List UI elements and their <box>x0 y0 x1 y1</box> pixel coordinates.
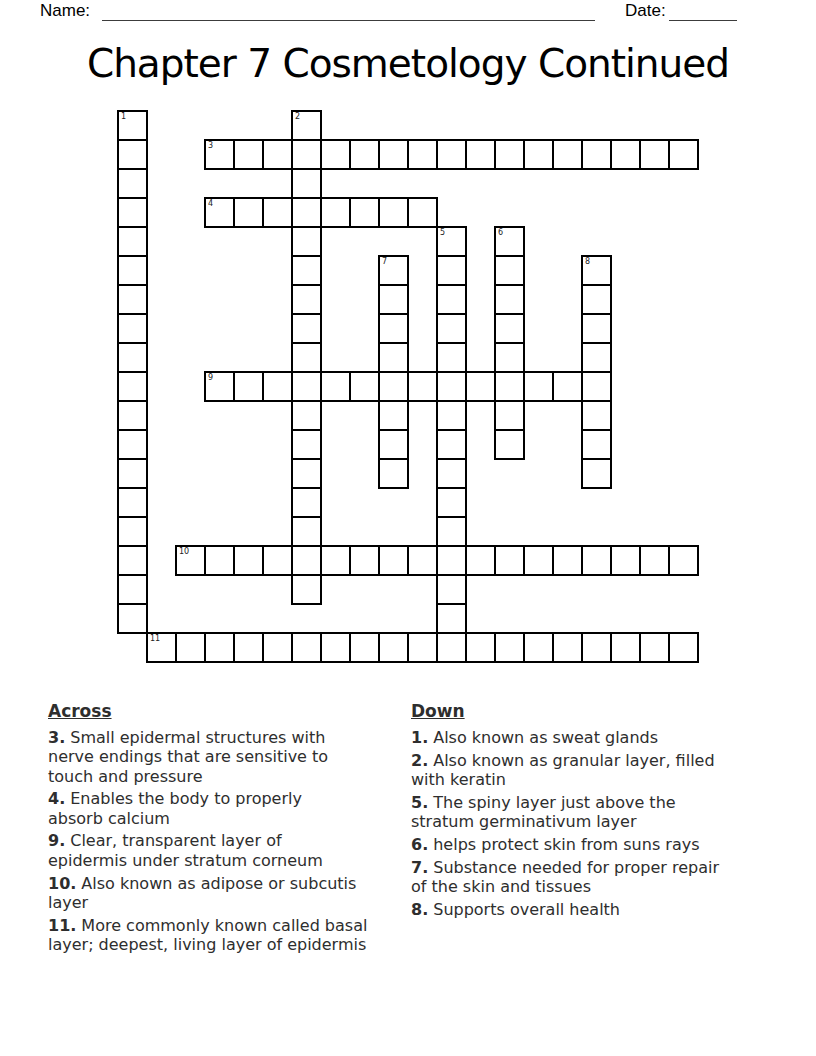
grid-cell-r1c7[interactable] <box>320 139 351 170</box>
grid-cell-r5c6[interactable] <box>291 255 322 286</box>
grid-cell-r18c2[interactable] <box>175 632 206 663</box>
grid-cell-r11c13[interactable] <box>494 429 525 460</box>
grid-cell-r18c15[interactable] <box>552 632 583 663</box>
grid-cell-r7c16[interactable] <box>581 313 612 344</box>
grid-cell-r11c0[interactable] <box>117 429 148 460</box>
grid-cell-r15c11[interactable] <box>436 545 467 576</box>
cell-number: 1 <box>121 112 126 122</box>
grid-cell-r12c11[interactable] <box>436 458 467 489</box>
grid-cell-r18c14[interactable] <box>523 632 554 663</box>
grid-cell-r18c18[interactable] <box>639 632 670 663</box>
grid-cell-r6c9[interactable] <box>378 284 409 315</box>
across-clue-list: 3.Small epidermal structures with nerve … <box>48 728 406 954</box>
grid-cell-r15c0[interactable] <box>117 545 148 576</box>
grid-cell-r2c0[interactable] <box>117 168 148 199</box>
grid-cell-r17c0[interactable] <box>117 603 148 634</box>
grid-cell-r3c0[interactable] <box>117 197 148 228</box>
clue-number: 10. <box>48 874 76 893</box>
grid-cell-r12c6[interactable] <box>291 458 322 489</box>
grid-cell-r18c10[interactable] <box>407 632 438 663</box>
clue-across-3: 3.Small epidermal structures with nerve … <box>48 728 406 786</box>
grid-cell-r15c4[interactable] <box>233 545 264 576</box>
grid-cell-r7c6[interactable] <box>291 313 322 344</box>
clue-text: helps protect skin from suns rays <box>433 835 699 854</box>
grid-cell-r9c7[interactable] <box>320 371 351 402</box>
grid-cell-r7c0[interactable] <box>117 313 148 344</box>
grid-cell-r7c11[interactable] <box>436 313 467 344</box>
grid-cell-r1c10[interactable] <box>407 139 438 170</box>
grid-cell-r13c6[interactable] <box>291 487 322 518</box>
cell-number: 11 <box>150 634 160 644</box>
grid-cell-r11c11[interactable] <box>436 429 467 460</box>
grid-cell-r13c0[interactable] <box>117 487 148 518</box>
grid-cell-r10c9[interactable] <box>378 400 409 431</box>
grid-cell-r3c8[interactable] <box>349 197 380 228</box>
date-blank-line <box>669 3 737 21</box>
grid-cell-r15c17[interactable] <box>610 545 641 576</box>
grid-cell-r4c13[interactable]: 6 <box>494 226 525 257</box>
grid-cell-r10c0[interactable] <box>117 400 148 431</box>
grid-cell-r3c3[interactable]: 4 <box>204 197 235 228</box>
grid-cell-r9c12[interactable] <box>465 371 496 402</box>
grid-cell-r10c13[interactable] <box>494 400 525 431</box>
grid-cell-r1c13[interactable] <box>494 139 525 170</box>
grid-cell-r11c9[interactable] <box>378 429 409 460</box>
cell-number: 3 <box>208 141 213 151</box>
grid-cell-r0c6[interactable]: 2 <box>291 110 322 141</box>
clue-text: Also known as sweat glands <box>433 728 658 747</box>
grid-cell-r15c19[interactable] <box>668 545 699 576</box>
clue-text: Also known as granular layer, filled wit… <box>411 751 715 789</box>
clue-number: 3. <box>48 728 65 747</box>
grid-cell-r11c6[interactable] <box>291 429 322 460</box>
grid-cell-r15c13[interactable] <box>494 545 525 576</box>
clue-number: 8. <box>411 900 428 919</box>
cell-number: 6 <box>498 228 503 238</box>
crossword-grid: 1234567891011 <box>117 110 699 663</box>
clue-number: 7. <box>411 858 428 877</box>
clue-across-9: 9.Clear, transparent layer of epidermis … <box>48 831 406 870</box>
grid-cell-r9c14[interactable] <box>523 371 554 402</box>
grid-cell-r16c0[interactable] <box>117 574 148 605</box>
grid-cell-r9c9[interactable] <box>378 371 409 402</box>
clue-number: 11. <box>48 916 76 935</box>
grid-cell-r6c0[interactable] <box>117 284 148 315</box>
cell-number: 10 <box>179 547 189 557</box>
clue-across-11: 11.More commonly known called basal laye… <box>48 916 406 955</box>
grid-cell-r4c11[interactable]: 5 <box>436 226 467 257</box>
grid-cell-r1c14[interactable] <box>523 139 554 170</box>
cell-number: 4 <box>208 199 213 209</box>
grid-cell-r4c6[interactable] <box>291 226 322 257</box>
grid-cell-r14c11[interactable] <box>436 516 467 547</box>
across-clues-section: Across 3.Small epidermal structures with… <box>48 701 406 958</box>
puzzle-title: Chapter 7 Cosmetology Continued <box>0 40 816 88</box>
grid-cell-r15c16[interactable] <box>581 545 612 576</box>
grid-cell-r8c0[interactable] <box>117 342 148 373</box>
clue-across-10: 10.Also known as adipose or subcutis lay… <box>48 874 406 913</box>
down-clues-section: Down 1.Also known as sweat glands2.Also … <box>411 701 773 923</box>
grid-cell-r9c4[interactable] <box>233 371 264 402</box>
grid-cell-r9c13[interactable] <box>494 371 525 402</box>
cell-number: 2 <box>295 112 300 122</box>
grid-cell-r16c6[interactable] <box>291 574 322 605</box>
name-label: Name: <box>40 1 90 21</box>
clue-number: 5. <box>411 793 428 812</box>
grid-cell-r18c9[interactable] <box>378 632 409 663</box>
clue-text: Small epidermal structures with nerve en… <box>48 728 328 786</box>
grid-cell-r13c11[interactable] <box>436 487 467 518</box>
grid-cell-r18c13[interactable] <box>494 632 525 663</box>
grid-cell-r9c0[interactable] <box>117 371 148 402</box>
grid-cell-r18c5[interactable] <box>262 632 293 663</box>
grid-cell-r18c8[interactable] <box>349 632 380 663</box>
grid-cell-r18c7[interactable] <box>320 632 351 663</box>
grid-cell-r8c16[interactable] <box>581 342 612 373</box>
grid-cell-r15c12[interactable] <box>465 545 496 576</box>
grid-cell-r1c17[interactable] <box>610 139 641 170</box>
grid-cell-r1c3[interactable]: 3 <box>204 139 235 170</box>
down-clue-list: 1.Also known as sweat glands2.Also known… <box>411 728 773 919</box>
grid-cell-r6c16[interactable] <box>581 284 612 315</box>
grid-cell-r15c2[interactable]: 10 <box>175 545 206 576</box>
grid-cell-r1c6[interactable] <box>291 139 322 170</box>
grid-cell-r18c1[interactable]: 11 <box>146 632 177 663</box>
grid-cell-r15c10[interactable] <box>407 545 438 576</box>
grid-cell-r9c11[interactable] <box>436 371 467 402</box>
grid-cell-r15c7[interactable] <box>320 545 351 576</box>
clue-text: Clear, transparent layer of epidermis un… <box>48 831 323 869</box>
grid-cell-r1c9[interactable] <box>378 139 409 170</box>
grid-cell-r8c11[interactable] <box>436 342 467 373</box>
grid-cell-r12c9[interactable] <box>378 458 409 489</box>
clue-down-2: 2.Also known as granular layer, filled w… <box>411 751 773 790</box>
grid-cell-r5c0[interactable] <box>117 255 148 286</box>
grid-cell-r18c6[interactable] <box>291 632 322 663</box>
grid-cell-r18c17[interactable] <box>610 632 641 663</box>
grid-cell-r0c0[interactable]: 1 <box>117 110 148 141</box>
grid-cell-r3c10[interactable] <box>407 197 438 228</box>
clue-text: The spiny layer just above the stratum g… <box>411 793 676 831</box>
grid-cell-r10c11[interactable] <box>436 400 467 431</box>
clue-number: 1. <box>411 728 428 747</box>
grid-cell-r18c19[interactable] <box>668 632 699 663</box>
clue-down-8: 8.Supports overall health <box>411 900 773 919</box>
grid-cell-r12c16[interactable] <box>581 458 612 489</box>
grid-cell-r4c0[interactable] <box>117 226 148 257</box>
grid-cell-r15c8[interactable] <box>349 545 380 576</box>
grid-cell-r9c16[interactable] <box>581 371 612 402</box>
grid-cell-r9c3[interactable]: 9 <box>204 371 235 402</box>
grid-cell-r9c5[interactable] <box>262 371 293 402</box>
grid-cell-r1c15[interactable] <box>552 139 583 170</box>
grid-cell-r1c12[interactable] <box>465 139 496 170</box>
grid-cell-r18c16[interactable] <box>581 632 612 663</box>
grid-cell-r9c6[interactable] <box>291 371 322 402</box>
grid-cell-r6c11[interactable] <box>436 284 467 315</box>
grid-cell-r15c18[interactable] <box>639 545 670 576</box>
cell-number: 8 <box>585 257 590 267</box>
grid-cell-r12c0[interactable] <box>117 458 148 489</box>
grid-cell-r7c13[interactable] <box>494 313 525 344</box>
grid-cell-r3c7[interactable] <box>320 197 351 228</box>
cell-number: 9 <box>208 373 213 383</box>
grid-cell-r18c12[interactable] <box>465 632 496 663</box>
date-label: Date: <box>625 1 666 21</box>
grid-cell-r9c10[interactable] <box>407 371 438 402</box>
grid-cell-r18c11[interactable] <box>436 632 467 663</box>
clue-text: Supports overall health <box>433 900 620 919</box>
grid-cell-r1c8[interactable] <box>349 139 380 170</box>
across-header: Across <box>48 701 406 721</box>
name-blank-line <box>102 3 595 21</box>
clue-text: Enables the body to properly absorb calc… <box>48 789 302 827</box>
grid-cell-r3c9[interactable] <box>378 197 409 228</box>
grid-cell-r3c5[interactable] <box>262 197 293 228</box>
down-header: Down <box>411 701 773 721</box>
grid-cell-r9c15[interactable] <box>552 371 583 402</box>
grid-cell-r2c6[interactable] <box>291 168 322 199</box>
clue-down-6: 6.helps protect skin from suns rays <box>411 835 773 854</box>
grid-cell-r5c13[interactable] <box>494 255 525 286</box>
cell-number: 5 <box>440 228 445 238</box>
grid-cell-r7c9[interactable] <box>378 313 409 344</box>
grid-cell-r18c3[interactable] <box>204 632 235 663</box>
clue-number: 9. <box>48 831 65 850</box>
grid-cell-r6c13[interactable] <box>494 284 525 315</box>
clue-across-4: 4.Enables the body to properly absorb ca… <box>48 789 406 828</box>
grid-cell-r1c4[interactable] <box>233 139 264 170</box>
grid-cell-r9c8[interactable] <box>349 371 380 402</box>
clue-number: 4. <box>48 789 65 808</box>
grid-cell-r8c13[interactable] <box>494 342 525 373</box>
grid-cell-r1c5[interactable] <box>262 139 293 170</box>
grid-cell-r8c6[interactable] <box>291 342 322 373</box>
grid-cell-r5c9[interactable]: 7 <box>378 255 409 286</box>
grid-cell-r18c4[interactable] <box>233 632 264 663</box>
clue-down-5: 5.The spiny layer just above the stratum… <box>411 793 773 832</box>
cell-number: 7 <box>382 257 387 267</box>
grid-cell-r10c6[interactable] <box>291 400 322 431</box>
grid-cell-r8c9[interactable] <box>378 342 409 373</box>
grid-cell-r3c6[interactable] <box>291 197 322 228</box>
grid-cell-r14c0[interactable] <box>117 516 148 547</box>
clue-down-1: 1.Also known as sweat glands <box>411 728 773 747</box>
grid-cell-r17c11[interactable] <box>436 603 467 634</box>
grid-cell-r6c6[interactable] <box>291 284 322 315</box>
grid-cell-r10c16[interactable] <box>581 400 612 431</box>
clue-down-7: 7.Substance needed for proper repair of … <box>411 858 773 897</box>
grid-cell-r1c16[interactable] <box>581 139 612 170</box>
grid-cell-r15c14[interactable] <box>523 545 554 576</box>
clue-text: More commonly known called basal layer; … <box>48 916 367 954</box>
grid-cell-r11c16[interactable] <box>581 429 612 460</box>
grid-cell-r3c4[interactable] <box>233 197 264 228</box>
grid-cell-r1c18[interactable] <box>639 139 670 170</box>
grid-cell-r15c5[interactable] <box>262 545 293 576</box>
grid-cell-r5c11[interactable] <box>436 255 467 286</box>
grid-cell-r14c6[interactable] <box>291 516 322 547</box>
grid-cell-r15c9[interactable] <box>378 545 409 576</box>
clue-text: Substance needed for proper repair of th… <box>411 858 719 896</box>
clue-number: 2. <box>411 751 428 770</box>
clue-text: Also known as adipose or subcutis layer <box>48 874 356 912</box>
clue-number: 6. <box>411 835 428 854</box>
grid-cell-r16c11[interactable] <box>436 574 467 605</box>
grid-cell-r1c11[interactable] <box>436 139 467 170</box>
grid-cell-r1c0[interactable] <box>117 139 148 170</box>
grid-cell-r15c6[interactable] <box>291 545 322 576</box>
grid-cell-r5c16[interactable]: 8 <box>581 255 612 286</box>
grid-cell-r15c3[interactable] <box>204 545 235 576</box>
grid-cell-r15c15[interactable] <box>552 545 583 576</box>
grid-cell-r1c19[interactable] <box>668 139 699 170</box>
